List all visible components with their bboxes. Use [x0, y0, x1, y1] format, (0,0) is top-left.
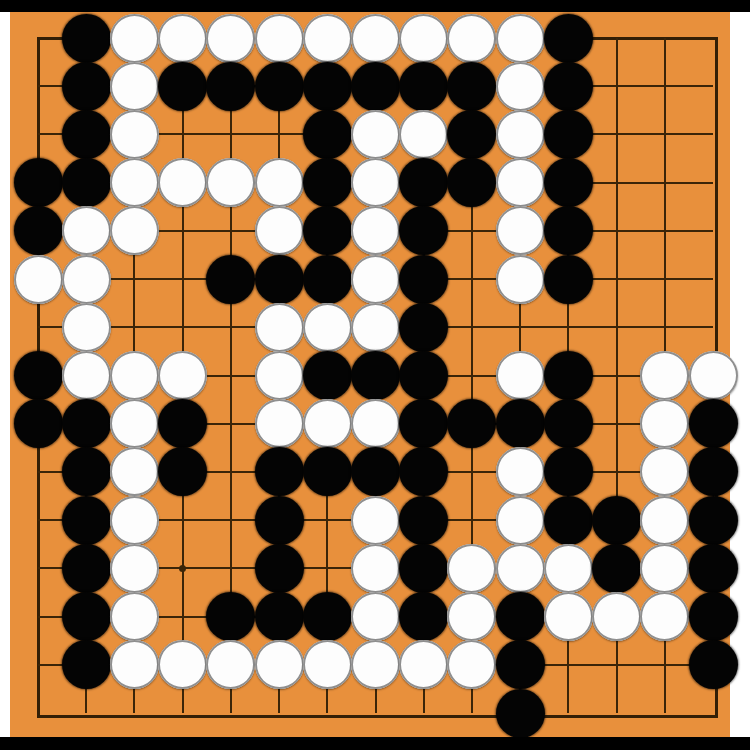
- white-stone: [447, 544, 496, 593]
- black-stone: [496, 640, 545, 689]
- white-stone: [255, 640, 304, 689]
- black-stone: [62, 158, 111, 207]
- black-stone: [689, 399, 738, 448]
- black-stone: [255, 592, 304, 641]
- white-stone: [496, 351, 545, 400]
- white-stone: [351, 158, 400, 207]
- black-stone: [303, 62, 352, 111]
- white-stone: [496, 14, 545, 63]
- white-stone: [447, 14, 496, 63]
- black-stone: [303, 351, 352, 400]
- white-stone: [640, 496, 689, 545]
- white-stone: [640, 351, 689, 400]
- white-stone: [110, 640, 159, 689]
- go-board-grid: [10, 12, 730, 737]
- black-stone: [399, 592, 448, 641]
- black-stone: [255, 496, 304, 545]
- black-stone: [303, 206, 352, 255]
- black-stone: [592, 544, 641, 593]
- black-stone: [255, 447, 304, 496]
- black-stone: [399, 496, 448, 545]
- white-stone: [351, 640, 400, 689]
- black-stone: [62, 14, 111, 63]
- black-stone: [544, 62, 593, 111]
- white-stone: [640, 544, 689, 593]
- black-stone: [14, 206, 63, 255]
- black-stone: [544, 351, 593, 400]
- black-stone: [399, 351, 448, 400]
- black-stone: [447, 110, 496, 159]
- white-stone: [303, 303, 352, 352]
- black-stone: [62, 592, 111, 641]
- white-stone: [303, 399, 352, 448]
- black-stone: [303, 110, 352, 159]
- white-stone: [110, 544, 159, 593]
- black-stone: [303, 592, 352, 641]
- black-stone: [351, 351, 400, 400]
- white-stone: [496, 110, 545, 159]
- white-stone: [110, 158, 159, 207]
- white-stone: [351, 14, 400, 63]
- black-stone: [62, 544, 111, 593]
- black-stone: [14, 399, 63, 448]
- white-stone: [399, 14, 448, 63]
- white-stone: [592, 592, 641, 641]
- black-stone: [544, 110, 593, 159]
- black-stone: [62, 447, 111, 496]
- white-stone: [255, 303, 304, 352]
- white-stone: [206, 14, 255, 63]
- white-stone: [255, 206, 304, 255]
- white-stone: [62, 351, 111, 400]
- black-stone: [158, 62, 207, 111]
- white-stone: [110, 62, 159, 111]
- black-stone: [689, 592, 738, 641]
- white-stone: [110, 447, 159, 496]
- white-stone: [14, 255, 63, 304]
- black-stone: [303, 447, 352, 496]
- screenshot-stage: [0, 0, 750, 750]
- white-stone: [303, 14, 352, 63]
- black-stone: [14, 158, 63, 207]
- white-stone: [255, 14, 304, 63]
- white-stone: [158, 158, 207, 207]
- black-stone: [496, 399, 545, 448]
- black-stone: [14, 351, 63, 400]
- black-stone: [255, 255, 304, 304]
- white-stone: [351, 255, 400, 304]
- white-stone: [640, 592, 689, 641]
- white-stone: [496, 255, 545, 304]
- white-stone: [110, 496, 159, 545]
- white-stone: [255, 158, 304, 207]
- white-stone: [351, 110, 400, 159]
- white-stone: [110, 110, 159, 159]
- white-stone: [110, 206, 159, 255]
- black-stone: [544, 14, 593, 63]
- black-stone: [544, 206, 593, 255]
- white-stone: [255, 351, 304, 400]
- white-stone: [496, 496, 545, 545]
- white-stone: [496, 206, 545, 255]
- white-stone: [255, 399, 304, 448]
- black-stone: [399, 158, 448, 207]
- white-stone: [351, 303, 400, 352]
- black-stone: [62, 496, 111, 545]
- black-stone: [303, 255, 352, 304]
- white-stone: [62, 206, 111, 255]
- white-stone: [351, 399, 400, 448]
- white-stone: [158, 351, 207, 400]
- black-stone: [592, 496, 641, 545]
- white-stone: [110, 592, 159, 641]
- white-stone: [544, 544, 593, 593]
- black-stone: [689, 447, 738, 496]
- black-stone: [399, 303, 448, 352]
- black-stone: [62, 399, 111, 448]
- black-stone: [544, 399, 593, 448]
- black-stone: [255, 544, 304, 593]
- white-stone: [399, 110, 448, 159]
- black-stone: [544, 447, 593, 496]
- white-stone: [496, 544, 545, 593]
- black-stone: [544, 158, 593, 207]
- white-stone: [496, 158, 545, 207]
- black-stone: [689, 544, 738, 593]
- white-stone: [496, 62, 545, 111]
- white-stone: [303, 640, 352, 689]
- star-point: [179, 565, 186, 572]
- black-stone: [544, 496, 593, 545]
- black-stone: [689, 640, 738, 689]
- bottom-black-bar: [0, 737, 750, 750]
- black-stone: [303, 158, 352, 207]
- top-black-bar: [0, 0, 750, 12]
- black-stone: [399, 544, 448, 593]
- white-stone: [110, 351, 159, 400]
- white-stone: [62, 255, 111, 304]
- white-stone: [351, 206, 400, 255]
- black-stone: [399, 255, 448, 304]
- black-stone: [62, 640, 111, 689]
- white-stone: [110, 399, 159, 448]
- black-stone: [351, 62, 400, 111]
- go-board[interactable]: [10, 12, 730, 737]
- black-stone: [689, 496, 738, 545]
- black-stone: [544, 255, 593, 304]
- black-stone: [399, 62, 448, 111]
- black-stone: [206, 255, 255, 304]
- white-stone: [351, 592, 400, 641]
- white-stone: [351, 496, 400, 545]
- white-stone: [351, 544, 400, 593]
- black-stone: [206, 62, 255, 111]
- black-stone: [496, 592, 545, 641]
- white-stone: [544, 592, 593, 641]
- white-stone: [158, 14, 207, 63]
- white-stone: [62, 303, 111, 352]
- white-stone: [496, 447, 545, 496]
- black-stone: [62, 62, 111, 111]
- white-stone: [110, 14, 159, 63]
- black-stone: [255, 62, 304, 111]
- black-stone: [496, 689, 545, 738]
- black-stone: [158, 399, 207, 448]
- black-stone: [62, 110, 111, 159]
- white-stone: [689, 351, 738, 400]
- black-stone: [447, 62, 496, 111]
